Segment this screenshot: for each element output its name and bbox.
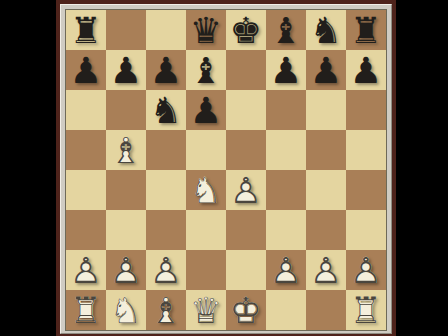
piece-white-pawn[interactable]: ♟♙ <box>306 250 346 290</box>
square-f5[interactable] <box>266 130 306 170</box>
black-rook-glyph: ♜ <box>346 10 386 50</box>
square-b7[interactable]: ♟ <box>106 50 146 90</box>
square-d1[interactable]: ♛♕ <box>186 290 226 330</box>
black-knight-glyph: ♞ <box>146 90 186 130</box>
white-pawn-outline: ♙ <box>346 250 386 290</box>
square-c3[interactable] <box>146 210 186 250</box>
square-g4[interactable] <box>306 170 346 210</box>
square-f1[interactable] <box>266 290 306 330</box>
black-pawn-glyph: ♟ <box>266 50 306 90</box>
square-a3[interactable] <box>66 210 106 250</box>
piece-black-bishop[interactable]: ♝ <box>186 50 226 90</box>
square-c4[interactable] <box>146 170 186 210</box>
square-d8[interactable]: ♛ <box>186 10 226 50</box>
white-pawn-outline: ♙ <box>226 170 266 210</box>
black-king-glyph: ♚ <box>226 10 266 50</box>
piece-black-queen[interactable]: ♛ <box>186 10 226 50</box>
piece-white-knight[interactable]: ♞♘ <box>186 170 226 210</box>
square-b6[interactable] <box>106 90 146 130</box>
square-h5[interactable] <box>346 130 386 170</box>
black-rook-glyph: ♜ <box>66 10 106 50</box>
square-e7[interactable] <box>226 50 266 90</box>
square-f4[interactable] <box>266 170 306 210</box>
board-frame: ♜♛♚♝♞♜♟♟♟♝♟♟♟♞♟♝♗♞♘♟♙♟♙♟♙♟♙♟♙♟♙♟♙♜♖♞♘♝♗♛… <box>60 4 392 334</box>
square-c1[interactable]: ♝♗ <box>146 290 186 330</box>
piece-black-pawn[interactable]: ♟ <box>266 50 306 90</box>
piece-white-rook[interactable]: ♜♖ <box>346 290 386 330</box>
piece-black-pawn[interactable]: ♟ <box>186 90 226 130</box>
square-g2[interactable]: ♟♙ <box>306 250 346 290</box>
white-pawn-outline: ♙ <box>66 250 106 290</box>
square-f6[interactable] <box>266 90 306 130</box>
square-b8[interactable] <box>106 10 146 50</box>
white-pawn-outline: ♙ <box>146 250 186 290</box>
piece-black-rook[interactable]: ♜ <box>346 10 386 50</box>
piece-black-knight[interactable]: ♞ <box>306 10 346 50</box>
square-h8[interactable]: ♜ <box>346 10 386 50</box>
square-d3[interactable] <box>186 210 226 250</box>
square-e2[interactable] <box>226 250 266 290</box>
white-queen-outline: ♕ <box>186 290 226 330</box>
square-d2[interactable] <box>186 250 226 290</box>
piece-black-knight[interactable]: ♞ <box>146 90 186 130</box>
square-f7[interactable]: ♟ <box>266 50 306 90</box>
piece-white-pawn[interactable]: ♟♙ <box>106 250 146 290</box>
white-knight-outline: ♘ <box>106 290 146 330</box>
square-d6[interactable]: ♟ <box>186 90 226 130</box>
piece-white-knight[interactable]: ♞♘ <box>106 290 146 330</box>
white-rook-outline: ♖ <box>346 290 386 330</box>
square-c5[interactable] <box>146 130 186 170</box>
square-g1[interactable] <box>306 290 346 330</box>
piece-black-pawn[interactable]: ♟ <box>66 50 106 90</box>
chess-board: ♜♛♚♝♞♜♟♟♟♝♟♟♟♞♟♝♗♞♘♟♙♟♙♟♙♟♙♟♙♟♙♟♙♜♖♞♘♝♗♛… <box>65 9 387 331</box>
square-c7[interactable]: ♟ <box>146 50 186 90</box>
square-a5[interactable] <box>66 130 106 170</box>
piece-black-king[interactable]: ♚ <box>226 10 266 50</box>
piece-white-pawn[interactable]: ♟♙ <box>66 250 106 290</box>
square-e3[interactable] <box>226 210 266 250</box>
piece-white-queen[interactable]: ♛♕ <box>186 290 226 330</box>
white-knight-outline: ♘ <box>186 170 226 210</box>
piece-white-bishop[interactable]: ♝♗ <box>146 290 186 330</box>
black-bishop-glyph: ♝ <box>186 50 226 90</box>
square-a1[interactable]: ♜♖ <box>66 290 106 330</box>
white-rook-outline: ♖ <box>66 290 106 330</box>
square-g5[interactable] <box>306 130 346 170</box>
square-a7[interactable]: ♟ <box>66 50 106 90</box>
square-f2[interactable]: ♟♙ <box>266 250 306 290</box>
square-a4[interactable] <box>66 170 106 210</box>
square-c2[interactable]: ♟♙ <box>146 250 186 290</box>
square-h7[interactable]: ♟ <box>346 50 386 90</box>
square-b2[interactable]: ♟♙ <box>106 250 146 290</box>
square-e4[interactable]: ♟♙ <box>226 170 266 210</box>
square-h3[interactable] <box>346 210 386 250</box>
piece-white-pawn[interactable]: ♟♙ <box>226 170 266 210</box>
square-h6[interactable] <box>346 90 386 130</box>
piece-white-king[interactable]: ♚♔ <box>226 290 266 330</box>
piece-black-pawn[interactable]: ♟ <box>346 50 386 90</box>
square-c8[interactable] <box>146 10 186 50</box>
square-g7[interactable]: ♟ <box>306 50 346 90</box>
square-b3[interactable] <box>106 210 146 250</box>
square-h4[interactable] <box>346 170 386 210</box>
square-g8[interactable]: ♞ <box>306 10 346 50</box>
square-b5[interactable]: ♝♗ <box>106 130 146 170</box>
black-knight-glyph: ♞ <box>306 10 346 50</box>
square-b4[interactable] <box>106 170 146 210</box>
square-d7[interactable]: ♝ <box>186 50 226 90</box>
black-pawn-glyph: ♟ <box>66 50 106 90</box>
square-a2[interactable]: ♟♙ <box>66 250 106 290</box>
black-pawn-glyph: ♟ <box>106 50 146 90</box>
piece-white-pawn[interactable]: ♟♙ <box>146 250 186 290</box>
square-h2[interactable]: ♟♙ <box>346 250 386 290</box>
square-e5[interactable] <box>226 130 266 170</box>
square-c6[interactable]: ♞ <box>146 90 186 130</box>
table-top: ♜♛♚♝♞♜♟♟♟♝♟♟♟♞♟♝♗♞♘♟♙♟♙♟♙♟♙♟♙♟♙♟♙♜♖♞♘♝♗♛… <box>56 0 396 336</box>
square-f3[interactable] <box>266 210 306 250</box>
piece-black-pawn[interactable]: ♟ <box>106 50 146 90</box>
square-a8[interactable]: ♜ <box>66 10 106 50</box>
square-a6[interactable] <box>66 90 106 130</box>
piece-white-pawn[interactable]: ♟♙ <box>346 250 386 290</box>
square-h1[interactable]: ♜♖ <box>346 290 386 330</box>
square-b1[interactable]: ♞♘ <box>106 290 146 330</box>
black-pawn-glyph: ♟ <box>346 50 386 90</box>
black-bishop-glyph: ♝ <box>266 10 306 50</box>
white-king-outline: ♔ <box>226 290 266 330</box>
piece-white-rook[interactable]: ♜♖ <box>66 290 106 330</box>
piece-black-pawn[interactable]: ♟ <box>306 50 346 90</box>
black-queen-glyph: ♛ <box>186 10 226 50</box>
black-pawn-glyph: ♟ <box>186 90 226 130</box>
square-f8[interactable]: ♝ <box>266 10 306 50</box>
square-e1[interactable]: ♚♔ <box>226 290 266 330</box>
white-pawn-outline: ♙ <box>306 250 346 290</box>
square-d4[interactable]: ♞♘ <box>186 170 226 210</box>
square-d5[interactable] <box>186 130 226 170</box>
white-pawn-outline: ♙ <box>106 250 146 290</box>
square-g6[interactable] <box>306 90 346 130</box>
piece-white-bishop[interactable]: ♝♗ <box>106 130 146 170</box>
square-e6[interactable] <box>226 90 266 130</box>
black-pawn-glyph: ♟ <box>146 50 186 90</box>
black-pawn-glyph: ♟ <box>306 50 346 90</box>
square-e8[interactable]: ♚ <box>226 10 266 50</box>
square-g3[interactable] <box>306 210 346 250</box>
piece-white-pawn[interactable]: ♟♙ <box>266 250 306 290</box>
piece-black-bishop[interactable]: ♝ <box>266 10 306 50</box>
white-bishop-outline: ♗ <box>146 290 186 330</box>
white-bishop-outline: ♗ <box>106 130 146 170</box>
piece-black-pawn[interactable]: ♟ <box>146 50 186 90</box>
white-pawn-outline: ♙ <box>266 250 306 290</box>
piece-black-rook[interactable]: ♜ <box>66 10 106 50</box>
